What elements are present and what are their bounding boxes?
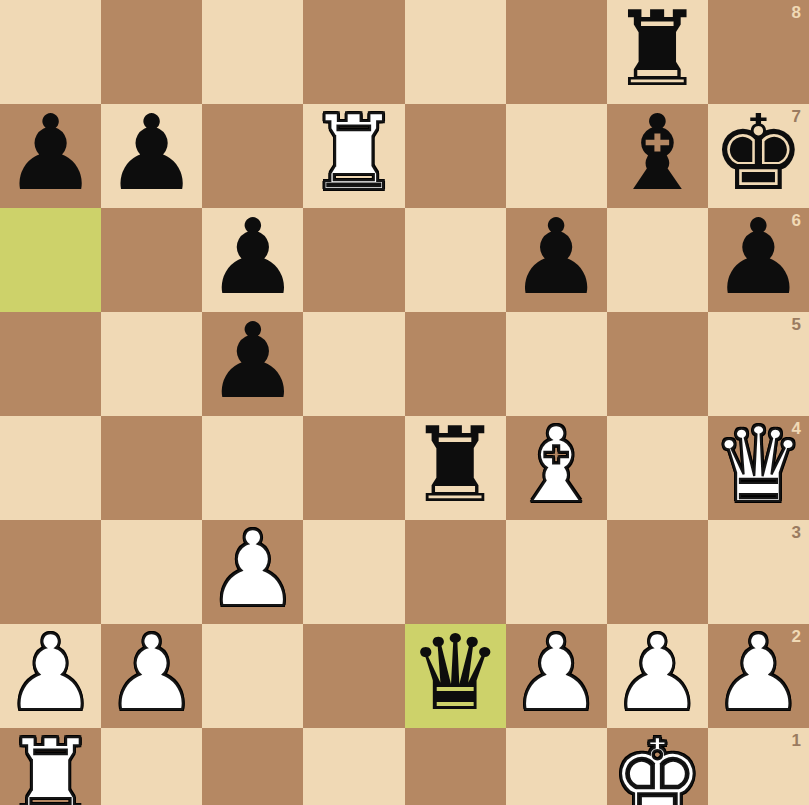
rank-label-7: 7: [792, 107, 801, 127]
chess-board: ♜8♟♟♜♝♚7♟♟♟6♟5♜♝♛4♟3♟♟♛♟♟♟2♜abcdef♚g1h: [0, 0, 809, 805]
rank-label-6: 6: [792, 211, 801, 231]
black-pawn-c5[interactable]: ♟: [206, 309, 299, 413]
black-pawn-a7[interactable]: ♟: [4, 101, 97, 205]
square-h6[interactable]: ♟6: [708, 208, 809, 312]
square-f6[interactable]: ♟: [506, 208, 607, 312]
square-c2[interactable]: [202, 624, 303, 728]
square-e2[interactable]: ♛: [405, 624, 506, 728]
black-rook-e4[interactable]: ♜: [408, 413, 501, 517]
square-f2[interactable]: ♟: [506, 624, 607, 728]
rank-label-3: 3: [792, 523, 801, 543]
square-b7[interactable]: ♟: [101, 104, 202, 208]
square-e7[interactable]: [405, 104, 506, 208]
square-e6[interactable]: [405, 208, 506, 312]
white-pawn-a2[interactable]: ♟: [4, 621, 97, 725]
square-b8[interactable]: [101, 0, 202, 104]
square-d3[interactable]: [303, 520, 404, 624]
square-a6[interactable]: [0, 208, 101, 312]
square-f4[interactable]: ♝: [506, 416, 607, 520]
square-c6[interactable]: ♟: [202, 208, 303, 312]
black-rook-g8[interactable]: ♜: [611, 0, 704, 101]
square-a3[interactable]: [0, 520, 101, 624]
square-d5[interactable]: [303, 312, 404, 416]
white-bishop-f4[interactable]: ♝: [510, 413, 603, 517]
square-g3[interactable]: [607, 520, 708, 624]
white-pawn-c3[interactable]: ♟: [206, 517, 299, 621]
white-pawn-b2[interactable]: ♟: [105, 621, 198, 725]
square-h5[interactable]: 5: [708, 312, 809, 416]
square-f8[interactable]: [506, 0, 607, 104]
square-f5[interactable]: [506, 312, 607, 416]
square-b5[interactable]: [101, 312, 202, 416]
square-a2[interactable]: ♟: [0, 624, 101, 728]
square-a7[interactable]: ♟: [0, 104, 101, 208]
square-b1[interactable]: b: [101, 728, 202, 805]
square-d8[interactable]: [303, 0, 404, 104]
rank-label-2: 2: [792, 627, 801, 647]
square-c5[interactable]: ♟: [202, 312, 303, 416]
square-d4[interactable]: [303, 416, 404, 520]
square-e3[interactable]: [405, 520, 506, 624]
square-b2[interactable]: ♟: [101, 624, 202, 728]
square-e4[interactable]: ♜: [405, 416, 506, 520]
square-a1[interactable]: ♜a: [0, 728, 101, 805]
square-h2[interactable]: ♟2: [708, 624, 809, 728]
black-pawn-f6[interactable]: ♟: [510, 205, 603, 309]
square-c3[interactable]: ♟: [202, 520, 303, 624]
square-f7[interactable]: [506, 104, 607, 208]
square-b6[interactable]: [101, 208, 202, 312]
square-g6[interactable]: [607, 208, 708, 312]
square-h3[interactable]: 3: [708, 520, 809, 624]
square-c7[interactable]: [202, 104, 303, 208]
square-e8[interactable]: [405, 0, 506, 104]
square-e1[interactable]: e: [405, 728, 506, 805]
white-rook-d7[interactable]: ♜: [307, 101, 400, 205]
square-g4[interactable]: [607, 416, 708, 520]
square-d6[interactable]: [303, 208, 404, 312]
square-d2[interactable]: [303, 624, 404, 728]
square-g8[interactable]: ♜: [607, 0, 708, 104]
square-g5[interactable]: [607, 312, 708, 416]
square-c4[interactable]: [202, 416, 303, 520]
black-bishop-g7[interactable]: ♝: [611, 101, 704, 205]
black-queen-e2[interactable]: ♛: [408, 621, 501, 725]
square-a5[interactable]: [0, 312, 101, 416]
square-e5[interactable]: [405, 312, 506, 416]
square-d7[interactable]: ♜: [303, 104, 404, 208]
square-f3[interactable]: [506, 520, 607, 624]
rank-label-1: 1: [792, 731, 801, 751]
square-a4[interactable]: [0, 416, 101, 520]
square-h7[interactable]: ♚7: [708, 104, 809, 208]
white-rook-a1[interactable]: ♜: [4, 725, 97, 805]
white-pawn-f2[interactable]: ♟: [510, 621, 603, 725]
square-a8[interactable]: [0, 0, 101, 104]
white-pawn-g2[interactable]: ♟: [611, 621, 704, 725]
square-c8[interactable]: [202, 0, 303, 104]
square-h4[interactable]: ♛4: [708, 416, 809, 520]
square-g2[interactable]: ♟: [607, 624, 708, 728]
rank-label-4: 4: [792, 419, 801, 439]
square-f1[interactable]: f: [506, 728, 607, 805]
square-d1[interactable]: d: [303, 728, 404, 805]
rank-label-5: 5: [792, 315, 801, 335]
white-king-g1[interactable]: ♚: [611, 725, 704, 805]
square-h8[interactable]: 8: [708, 0, 809, 104]
rank-label-8: 8: [792, 3, 801, 23]
square-b3[interactable]: [101, 520, 202, 624]
square-c1[interactable]: c: [202, 728, 303, 805]
square-b4[interactable]: [101, 416, 202, 520]
black-pawn-b7[interactable]: ♟: [105, 101, 198, 205]
square-h1[interactable]: 1h: [708, 728, 809, 805]
black-pawn-c6[interactable]: ♟: [206, 205, 299, 309]
square-g7[interactable]: ♝: [607, 104, 708, 208]
square-g1[interactable]: ♚g: [607, 728, 708, 805]
